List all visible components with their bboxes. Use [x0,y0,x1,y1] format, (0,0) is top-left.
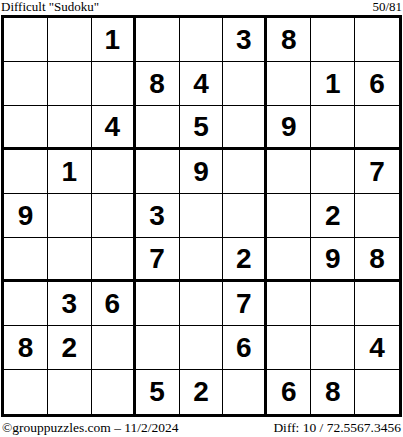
cell-r3c1-empty[interactable] [4,106,48,150]
cell-r5c8-given: 2 [311,194,355,238]
cell-r8c2-given: 2 [48,326,92,370]
cell-r7c8-empty[interactable] [311,282,355,326]
cell-r3c5-given: 5 [180,106,224,150]
cell-r4c2-given: 1 [48,150,92,194]
cell-r2c1-empty[interactable] [4,62,48,106]
cell-r2c8-given: 1 [311,62,355,106]
cell-r1c6-given: 3 [223,18,267,62]
cell-r4c7-empty[interactable] [267,150,311,194]
cell-r8c4-empty[interactable] [136,326,180,370]
cell-r4c1-empty[interactable] [4,150,48,194]
cell-r9c7-given: 6 [267,370,311,414]
cell-r1c9-empty[interactable] [355,18,399,62]
cell-r8c5-empty[interactable] [180,326,224,370]
cell-r3c9-empty[interactable] [355,106,399,150]
cell-r1c7-given: 8 [267,18,311,62]
cell-r9c6-empty[interactable] [223,370,267,414]
cell-r5c5-empty[interactable] [180,194,224,238]
cell-r1c1-empty[interactable] [4,18,48,62]
cell-r7c1-empty[interactable] [4,282,48,326]
header: Difficult "Sudoku" 50/81 [0,0,403,15]
cell-r1c5-empty[interactable] [180,18,224,62]
cell-r9c5-given: 2 [180,370,224,414]
cell-r8c9-given: 4 [355,326,399,370]
cell-r3c2-empty[interactable] [48,106,92,150]
cell-r2c6-empty[interactable] [223,62,267,106]
cell-r9c8-given: 8 [311,370,355,414]
cell-r5c7-empty[interactable] [267,194,311,238]
cell-r2c4-given: 8 [136,62,180,106]
cell-r4c6-empty[interactable] [223,150,267,194]
copyright-credit: ©grouppuzzles.com – 11/2/2024 [2,419,179,437]
cell-r2c3-empty[interactable] [92,62,136,106]
cell-r6c5-empty[interactable] [180,238,224,282]
cell-r7c2-given: 3 [48,282,92,326]
cell-r9c4-given: 5 [136,370,180,414]
cell-r3c3-given: 4 [92,106,136,150]
cell-r1c8-empty[interactable] [311,18,355,62]
cell-r7c7-empty[interactable] [267,282,311,326]
cell-r7c5-empty[interactable] [180,282,224,326]
cell-r6c3-empty[interactable] [92,238,136,282]
puzzle-title: Difficult "Sudoku" [1,0,99,14]
cell-r4c3-empty[interactable] [92,150,136,194]
cell-r5c2-empty[interactable] [48,194,92,238]
cell-r3c6-empty[interactable] [223,106,267,150]
cell-r5c4-given: 3 [136,194,180,238]
cell-r2c9-given: 6 [355,62,399,106]
empty-count: 50/81 [372,0,402,14]
sudoku-board: 1388416459197932729836782645268 [1,15,402,417]
cell-r4c9-given: 7 [355,150,399,194]
cell-r6c7-empty[interactable] [267,238,311,282]
difficulty-label: Diff: 10 / 72.5567.3456 [273,419,401,437]
cell-r4c5-given: 9 [180,150,224,194]
cell-r6c8-given: 9 [311,238,355,282]
cell-r6c6-given: 2 [223,238,267,282]
cell-r7c6-given: 7 [223,282,267,326]
cell-r8c3-empty[interactable] [92,326,136,370]
cell-r3c7-given: 9 [267,106,311,150]
cell-r5c6-empty[interactable] [223,194,267,238]
cell-r4c4-empty[interactable] [136,150,180,194]
footer: ©grouppuzzles.com – 11/2/2024 Diff: 10 /… [0,418,403,437]
cell-r9c1-empty[interactable] [4,370,48,414]
cell-r4c8-empty[interactable] [311,150,355,194]
cell-r5c3-empty[interactable] [92,194,136,238]
cell-r9c9-empty[interactable] [355,370,399,414]
cell-r8c1-given: 8 [4,326,48,370]
cell-r6c9-given: 8 [355,238,399,282]
cell-r8c6-given: 6 [223,326,267,370]
cell-r2c2-empty[interactable] [48,62,92,106]
cell-r7c4-empty[interactable] [136,282,180,326]
cell-r6c2-empty[interactable] [48,238,92,282]
cell-r9c2-empty[interactable] [48,370,92,414]
cell-r7c9-empty[interactable] [355,282,399,326]
cell-r5c9-empty[interactable] [355,194,399,238]
cell-r8c7-empty[interactable] [267,326,311,370]
cell-r7c3-given: 6 [92,282,136,326]
cell-r6c4-given: 7 [136,238,180,282]
cell-r2c5-given: 4 [180,62,224,106]
cell-r1c3-given: 1 [92,18,136,62]
cell-r1c2-empty[interactable] [48,18,92,62]
cell-r6c1-empty[interactable] [4,238,48,282]
cell-r9c3-empty[interactable] [92,370,136,414]
cell-r1c4-empty[interactable] [136,18,180,62]
cell-r5c1-given: 9 [4,194,48,238]
cell-r3c4-empty[interactable] [136,106,180,150]
cell-r2c7-empty[interactable] [267,62,311,106]
cell-r3c8-empty[interactable] [311,106,355,150]
cell-r8c8-empty[interactable] [311,326,355,370]
